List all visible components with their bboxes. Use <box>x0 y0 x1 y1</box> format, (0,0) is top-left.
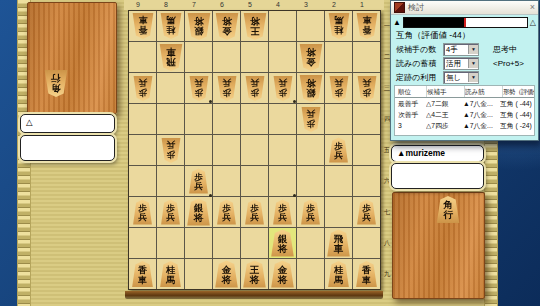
square-9三[interactable]: 歩兵 <box>129 73 156 103</box>
square-3三[interactable]: 銀将 <box>297 73 324 103</box>
chevron-down-icon[interactable]: ▼ <box>468 73 478 82</box>
square-7一[interactable]: 銀将 <box>185 11 212 41</box>
piece-sente-香車[interactable]: 香車 <box>132 261 154 287</box>
rank-label-八: 八 <box>382 227 392 258</box>
square-8三[interactable] <box>157 73 184 103</box>
square-2三[interactable]: 歩兵 <box>325 73 352 103</box>
file-label-9: 9 <box>124 0 152 10</box>
candidate-table-body: 最善手△7二銀▲7八金...互角 ( -44)次善手△4二王▲7八金...互角 … <box>395 98 534 131</box>
square-1八[interactable] <box>353 228 380 258</box>
eval-verdict: 互角（評価値 -44） <box>396 30 470 42</box>
square-7二[interactable] <box>185 42 212 72</box>
eval-bar-marker <box>464 18 466 27</box>
square-4四[interactable] <box>269 104 296 134</box>
square-3七[interactable]: 歩兵 <box>297 197 324 227</box>
piece-sente-歩兵[interactable]: 歩兵 <box>357 200 377 225</box>
file-label-3: 3 <box>292 0 320 10</box>
square-9二[interactable] <box>129 42 156 72</box>
square-8五[interactable]: 歩兵 <box>157 135 184 165</box>
piece-sente-王将[interactable]: 王将 <box>243 261 267 288</box>
sente-name-label: ▲murizeme <box>397 148 445 158</box>
square-4九[interactable]: 金将 <box>269 259 296 289</box>
column-header: 読み筋 <box>465 86 503 97</box>
move-cell: △4二王 <box>426 110 463 120</box>
board-star-dot <box>293 100 296 103</box>
square-4八[interactable]: 銀将 <box>269 228 296 258</box>
piece-sente-歩兵[interactable]: 歩兵 <box>161 200 181 225</box>
piece-sente-金将[interactable]: 金将 <box>215 261 239 288</box>
pv-cell: ▲7八金... <box>463 110 500 120</box>
square-2六[interactable] <box>325 166 352 196</box>
square-8六[interactable] <box>157 166 184 196</box>
square-1七[interactable]: 歩兵 <box>353 197 380 227</box>
piece-gote-歩兵[interactable]: 歩兵 <box>245 76 265 101</box>
square-5五[interactable] <box>241 135 268 165</box>
window-title: 検討 <box>408 2 424 13</box>
setting-joseki: 定跡の利用 無し ▼ <box>396 71 479 84</box>
analysis-window: 検討 × ▲ △ 互角（評価値 -44） 候補手の数 4手 ▼ 思考中 読みの蓄… <box>390 0 539 141</box>
accumulation-select[interactable]: 活用 ▼ <box>443 57 479 70</box>
square-2七[interactable] <box>325 197 352 227</box>
square-1五[interactable] <box>353 135 380 165</box>
file-label-1: 1 <box>348 0 376 10</box>
square-2五[interactable]: 歩兵 <box>325 135 352 165</box>
square-1二[interactable] <box>353 42 380 72</box>
square-9四[interactable] <box>129 104 156 134</box>
square-9七[interactable]: 歩兵 <box>129 197 156 227</box>
square-1六[interactable] <box>353 166 380 196</box>
piece-gote-歩兵[interactable]: 歩兵 <box>357 76 377 101</box>
piece-sente-金将[interactable]: 金将 <box>271 261 295 288</box>
square-6四[interactable] <box>213 104 240 134</box>
board-bottom-edge <box>125 291 383 299</box>
eval-cell: 互角 ( -24) <box>500 121 534 131</box>
chevron-down-icon[interactable]: ▼ <box>468 45 478 54</box>
candidates-count-select[interactable]: 4手 ▼ <box>443 43 479 56</box>
eval-cell: 互角 ( -44) <box>500 110 534 120</box>
select-value: 活用 <box>444 59 468 69</box>
square-6三[interactable]: 歩兵 <box>213 73 240 103</box>
engine-level: <Pro+5> <box>493 59 524 68</box>
analysis-titlebar[interactable]: 検討 × <box>391 1 538 15</box>
square-5九[interactable]: 王将 <box>241 259 268 289</box>
piece-sente-飛車[interactable]: 飛車 <box>327 230 351 257</box>
square-5一[interactable]: 王将 <box>241 11 268 41</box>
pv-cell: ▲7八金... <box>463 121 500 131</box>
piece-sente-歩兵[interactable]: 歩兵 <box>189 169 209 194</box>
gote-name-plate: △ <box>20 114 115 133</box>
square-7三[interactable]: 歩兵 <box>185 73 212 103</box>
square-6九[interactable]: 金将 <box>213 259 240 289</box>
piece-gote-香車[interactable]: 香車 <box>356 13 378 39</box>
piece-gote-歩兵[interactable]: 歩兵 <box>217 76 237 101</box>
piece-gote-歩兵[interactable]: 歩兵 <box>133 76 153 101</box>
square-3一[interactable] <box>297 11 324 41</box>
square-8七[interactable]: 歩兵 <box>157 197 184 227</box>
square-7六[interactable]: 歩兵 <box>185 166 212 196</box>
square-8四[interactable] <box>157 104 184 134</box>
board-star-dot <box>209 100 212 103</box>
square-2四[interactable] <box>325 104 352 134</box>
square-4一[interactable] <box>269 11 296 41</box>
file-label-6: 6 <box>208 0 236 10</box>
piece-gote-飛車[interactable]: 飛車 <box>159 44 183 71</box>
joseki-select[interactable]: 無し ▼ <box>443 71 479 84</box>
square-9一[interactable]: 香車 <box>129 11 156 41</box>
file-label-4: 4 <box>264 0 292 10</box>
piece-gote-桂馬[interactable]: 桂馬 <box>328 13 350 39</box>
column-header: 順位 <box>395 86 427 97</box>
file-label-5: 5 <box>236 0 264 10</box>
square-2一[interactable]: 桂馬 <box>325 11 352 41</box>
sente-info-plate <box>391 163 484 189</box>
close-icon[interactable]: × <box>530 3 535 12</box>
square-3二[interactable]: 金将 <box>297 42 324 72</box>
square-4二[interactable] <box>269 42 296 72</box>
rank-label-九: 九 <box>382 258 392 289</box>
square-3六[interactable] <box>297 166 324 196</box>
app-icon <box>394 2 405 13</box>
square-7五[interactable] <box>185 135 212 165</box>
square-4五[interactable] <box>269 135 296 165</box>
square-7八[interactable] <box>185 228 212 258</box>
piece-gote-金将[interactable]: 金将 <box>299 44 323 71</box>
candidate-row[interactable]: 3△7四歩▲7八金...互角 ( -24) <box>395 120 534 131</box>
square-9六[interactable] <box>129 166 156 196</box>
sente-piece-stand <box>392 192 485 299</box>
board-grid: 香車桂馬銀将金将王将桂馬香車飛車金将歩兵歩兵歩兵歩兵歩兵銀将歩兵歩兵歩兵歩兵歩兵… <box>128 10 381 290</box>
square-6一[interactable]: 金将 <box>213 11 240 41</box>
sente-mark-icon: ▲ <box>393 18 401 28</box>
eval-bar-row: ▲ △ <box>393 17 536 28</box>
square-8一[interactable]: 桂馬 <box>157 11 184 41</box>
square-4三[interactable]: 歩兵 <box>269 73 296 103</box>
piece-gote-香車[interactable]: 香車 <box>132 13 154 39</box>
square-5六[interactable] <box>241 166 268 196</box>
piece-gote-金将[interactable]: 金将 <box>215 13 239 40</box>
setting-accumulation: 読みの蓄積 活用 ▼ <Pro+5> <box>396 57 524 70</box>
rank-cell: 3 <box>395 122 426 129</box>
pv-cell: ▲7八金... <box>463 99 500 109</box>
square-1一[interactable]: 香車 <box>353 11 380 41</box>
square-8九[interactable]: 桂馬 <box>157 259 184 289</box>
file-label-2: 2 <box>320 0 348 10</box>
file-label-7: 7 <box>180 0 208 10</box>
setting-label: 候補手の数 <box>396 44 443 55</box>
square-6六[interactable] <box>213 166 240 196</box>
square-8八[interactable] <box>157 228 184 258</box>
setting-label: 定跡の利用 <box>396 72 443 83</box>
candidate-table: 順位候補手読み筋形勢（評価値） 最善手△7二銀▲7八金...互角 ( -44)次… <box>394 85 535 136</box>
eval-bar-fill <box>404 18 464 27</box>
chevron-down-icon[interactable]: ▼ <box>468 59 478 68</box>
piece-sente-桂馬[interactable]: 桂馬 <box>160 261 182 287</box>
square-6八[interactable] <box>213 228 240 258</box>
square-1三[interactable]: 歩兵 <box>353 73 380 103</box>
candidate-row[interactable]: 次善手△4二王▲7八金...互角 ( -44) <box>395 109 534 120</box>
piece-gote-歩兵[interactable]: 歩兵 <box>273 76 293 101</box>
square-7四[interactable] <box>185 104 212 134</box>
piece-gote-銀将[interactable]: 銀将 <box>299 75 323 102</box>
square-9五[interactable] <box>129 135 156 165</box>
piece-gote-王将[interactable]: 王将 <box>243 13 267 40</box>
piece-sente-歩兵[interactable]: 歩兵 <box>133 200 153 225</box>
piece-sente-香車[interactable]: 香車 <box>356 261 378 287</box>
square-1四[interactable] <box>353 104 380 134</box>
gote-piece-stand <box>27 2 117 114</box>
square-3八[interactable] <box>297 228 324 258</box>
piece-sente-歩兵[interactable]: 歩兵 <box>217 200 237 225</box>
board-star-dot <box>293 194 296 197</box>
square-2二[interactable] <box>325 42 352 72</box>
square-6七[interactable]: 歩兵 <box>213 197 240 227</box>
file-labels: 987654321 <box>124 0 384 10</box>
square-5八[interactable] <box>241 228 268 258</box>
square-7九[interactable] <box>185 259 212 289</box>
piece-gote-歩兵[interactable]: 歩兵 <box>161 138 181 163</box>
piece-sente-桂馬[interactable]: 桂馬 <box>328 261 350 287</box>
column-header: 候補手 <box>427 86 465 97</box>
setting-candidates: 候補手の数 4手 ▼ 思考中 <box>396 43 517 56</box>
square-9八[interactable] <box>129 228 156 258</box>
square-5二[interactable] <box>241 42 268 72</box>
square-9九[interactable]: 香車 <box>129 259 156 289</box>
square-5三[interactable]: 歩兵 <box>241 73 268 103</box>
piece-sente-歩兵[interactable]: 歩兵 <box>273 200 293 225</box>
move-cell: △7二銀 <box>426 99 463 109</box>
piece-sente-歩兵[interactable]: 歩兵 <box>245 200 265 225</box>
square-3九[interactable] <box>297 259 324 289</box>
select-value: 無し <box>444 73 468 83</box>
piece-sente-銀将[interactable]: 銀将 <box>187 199 211 226</box>
eval-cell: 互角 ( -44) <box>500 99 534 109</box>
move-cell: △7四歩 <box>426 121 463 131</box>
rank-cell: 最善手 <box>395 99 426 109</box>
gote-name-label: △ <box>26 117 33 127</box>
piece-gote-桂馬[interactable]: 桂馬 <box>160 13 182 39</box>
rank-label-七: 七 <box>382 196 392 227</box>
square-3四[interactable]: 歩兵 <box>297 104 324 134</box>
file-label-8: 8 <box>152 0 180 10</box>
square-5七[interactable]: 歩兵 <box>241 197 268 227</box>
setting-label: 読みの蓄積 <box>396 58 443 69</box>
thinking-status: 思考中 <box>493 44 517 55</box>
square-7七[interactable]: 銀将 <box>185 197 212 227</box>
sente-name-plate: ▲murizeme <box>391 145 484 162</box>
candidate-row[interactable]: 最善手△7二銀▲7八金...互角 ( -44) <box>395 98 534 109</box>
piece-gote-歩兵[interactable]: 歩兵 <box>301 107 321 132</box>
square-4七[interactable]: 歩兵 <box>269 197 296 227</box>
board-star-dot <box>209 194 212 197</box>
square-6五[interactable] <box>213 135 240 165</box>
gote-info-plate <box>20 135 115 161</box>
square-6二[interactable] <box>213 42 240 72</box>
square-4六[interactable] <box>269 166 296 196</box>
piece-gote-歩兵[interactable]: 歩兵 <box>329 76 349 101</box>
gote-mark-icon: △ <box>530 18 536 28</box>
column-header: 形勢（評価値） <box>503 86 534 97</box>
eval-bar <box>403 17 528 28</box>
rank-cell: 次善手 <box>395 110 426 120</box>
select-value: 4手 <box>444 45 468 55</box>
candidate-table-header: 順位候補手読み筋形勢（評価値） <box>395 86 534 98</box>
square-2八[interactable]: 飛車 <box>325 228 352 258</box>
piece-sente-歩兵[interactable]: 歩兵 <box>301 200 321 225</box>
piece-gote-銀将[interactable]: 銀将 <box>187 13 211 40</box>
app-screen: 角行 △ 987654321 香車桂馬銀将金将王将桂馬香車飛車金将歩兵歩兵歩兵歩… <box>0 0 540 306</box>
square-1九[interactable]: 香車 <box>353 259 380 289</box>
square-5四[interactable] <box>241 104 268 134</box>
square-2九[interactable]: 桂馬 <box>325 259 352 289</box>
square-3五[interactable] <box>297 135 324 165</box>
piece-gote-歩兵[interactable]: 歩兵 <box>189 76 209 101</box>
piece-sente-歩兵[interactable]: 歩兵 <box>329 138 349 163</box>
piece-sente-銀将[interactable]: 銀将 <box>271 230 295 257</box>
square-8二[interactable]: 飛車 <box>157 42 184 72</box>
